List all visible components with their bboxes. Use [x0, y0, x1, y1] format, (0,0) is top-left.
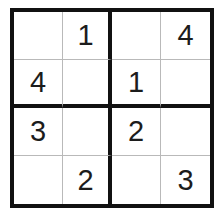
cell-r3c2[interactable]: [63, 108, 112, 156]
cell-r1c2[interactable]: 1: [63, 12, 112, 60]
cell-r4c2[interactable]: 2: [63, 156, 112, 204]
cell-r4c1[interactable]: [14, 156, 63, 204]
cell-r1c4[interactable]: 4: [161, 12, 210, 60]
cell-r2c2[interactable]: [63, 60, 112, 108]
cell-r1c1[interactable]: [14, 12, 63, 60]
sudoku-board: 1 4 4 1 3 2 2 3: [10, 8, 214, 208]
cell-r4c3[interactable]: [112, 156, 161, 204]
cell-r1c3[interactable]: [112, 12, 161, 60]
cell-r3c1[interactable]: 3: [14, 108, 63, 156]
cell-r3c4[interactable]: [161, 108, 210, 156]
cell-r2c1[interactable]: 4: [14, 60, 63, 108]
cell-r2c3[interactable]: 1: [112, 60, 161, 108]
cell-r4c4[interactable]: 3: [161, 156, 210, 204]
cell-r3c3[interactable]: 2: [112, 108, 161, 156]
cell-r2c4[interactable]: [161, 60, 210, 108]
